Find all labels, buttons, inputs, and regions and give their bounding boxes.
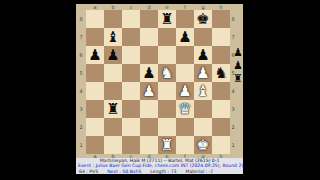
board-square[interactable] <box>86 28 104 46</box>
board-square[interactable]: ♟ <box>194 64 212 82</box>
board-square[interactable] <box>86 82 104 100</box>
rank-label: 1 <box>230 136 236 154</box>
black-rook-icon: ♜ <box>160 10 173 28</box>
board-square[interactable] <box>104 136 122 154</box>
board-square[interactable]: ♚ <box>194 10 212 28</box>
board-square[interactable]: ♚ <box>194 136 212 154</box>
board-square[interactable] <box>194 118 212 136</box>
white-pawn-icon: ♟ <box>142 82 155 100</box>
board-square[interactable] <box>140 100 158 118</box>
board-square[interactable] <box>158 28 176 46</box>
rank-label: 8 <box>76 10 86 28</box>
board-square[interactable] <box>212 28 230 46</box>
status-token: Material : -7 <box>186 169 214 174</box>
board-square[interactable]: ♜ <box>158 10 176 28</box>
white-rook-icon: ♜ <box>160 136 173 154</box>
black-pawn-icon: ♟ <box>178 28 191 46</box>
board-square[interactable] <box>104 10 122 28</box>
board-square[interactable] <box>140 46 158 64</box>
white-knight-icon: ♞ <box>160 64 173 82</box>
board-square[interactable]: ♜ <box>104 100 122 118</box>
board-square[interactable]: ♜ <box>158 136 176 154</box>
board-square[interactable] <box>158 100 176 118</box>
board-square[interactable]: ♟ <box>140 82 158 100</box>
rank-label: 4 <box>76 82 86 100</box>
board-square[interactable] <box>122 46 140 64</box>
board-square[interactable]: ♞ <box>158 64 176 82</box>
rank-label: 5 <box>76 64 86 82</box>
board-square[interactable]: ♟ <box>176 82 194 100</box>
board-square[interactable] <box>158 82 176 100</box>
board-square[interactable] <box>122 118 140 136</box>
board-square[interactable]: ♟ <box>176 28 194 46</box>
rank-label: 1 <box>76 136 86 154</box>
board-square[interactable] <box>140 118 158 136</box>
board-square[interactable] <box>122 100 140 118</box>
board-square[interactable] <box>176 46 194 64</box>
board-square[interactable] <box>176 10 194 28</box>
board-square[interactable] <box>86 64 104 82</box>
board-square[interactable]: ♟ <box>140 64 158 82</box>
rank-label: 6 <box>76 46 86 64</box>
board-square[interactable] <box>86 10 104 28</box>
board-square[interactable] <box>212 82 230 100</box>
board-square[interactable]: ♛ <box>176 100 194 118</box>
status-token: Length : 73 <box>150 169 176 174</box>
game-info-bar: Martirosyan, Haik M (2711) -- Bartel, Ma… <box>76 158 243 174</box>
board-square[interactable] <box>212 118 230 136</box>
white-king-icon: ♚ <box>196 136 209 154</box>
black-pawn-icon: ♟ <box>106 46 119 64</box>
board-square[interactable]: ♟ <box>86 46 104 64</box>
board-square[interactable] <box>104 64 122 82</box>
captured-black-pawn-icon: ♟ <box>233 46 243 59</box>
black-bishop-icon: ♝ <box>106 28 119 46</box>
status-token: 64 : PV5 <box>79 169 98 174</box>
black-knight-icon: ♞ <box>214 64 227 82</box>
rank-label: 3 <box>230 100 236 118</box>
board-square[interactable] <box>158 118 176 136</box>
captured-pieces-tray: ♟♟♜ <box>233 46 243 85</box>
white-bishop-icon: ♝ <box>196 82 209 100</box>
board-square[interactable] <box>212 10 230 28</box>
white-pawn-icon: ♟ <box>178 82 191 100</box>
rank-label: 2 <box>76 118 86 136</box>
board-square[interactable] <box>194 28 212 46</box>
captured-black-pawn-icon: ♟ <box>233 59 243 72</box>
chess-app-window: abcdefgh 87654321 87654321 abcdefgh ♜♚♝♟… <box>0 0 320 180</box>
board-square[interactable] <box>104 118 122 136</box>
captured-black-rook-icon: ♜ <box>233 72 243 85</box>
board-square[interactable] <box>122 64 140 82</box>
board-square[interactable] <box>194 100 212 118</box>
board-square[interactable] <box>212 136 230 154</box>
board-square[interactable] <box>158 46 176 64</box>
rank-label: 7 <box>76 28 86 46</box>
board-square[interactable]: ♞ <box>212 64 230 82</box>
white-queen-icon: ♛ <box>178 100 191 118</box>
board-square[interactable] <box>176 136 194 154</box>
board-square[interactable] <box>122 10 140 28</box>
board-square[interactable] <box>104 82 122 100</box>
board-square[interactable] <box>140 28 158 46</box>
board-square[interactable] <box>86 100 104 118</box>
board-square[interactable]: ♟ <box>104 46 122 64</box>
status-token: Next : 50.Bxh5 <box>107 169 141 174</box>
black-king-icon: ♚ <box>196 10 209 28</box>
rank-label: 7 <box>230 28 236 46</box>
board-square[interactable] <box>86 118 104 136</box>
board-square[interactable] <box>86 136 104 154</box>
board-square[interactable] <box>122 28 140 46</box>
white-pawn-icon: ♟ <box>196 64 209 82</box>
board-square[interactable] <box>140 136 158 154</box>
black-pawn-icon: ♟ <box>196 46 209 64</box>
black-pawn-icon: ♟ <box>142 64 155 82</box>
rank-labels-left: 87654321 <box>76 10 86 154</box>
black-rook-icon: ♜ <box>106 100 119 118</box>
board-square[interactable] <box>122 136 140 154</box>
board-square[interactable] <box>212 46 230 64</box>
chess-board: ♜♚♝♟♟♟♟♟♞♟♞♟♟♝♜♛♜♚ <box>86 10 230 154</box>
board-square[interactable] <box>176 118 194 136</box>
board-square[interactable]: ♝ <box>104 28 122 46</box>
rank-label: 8 <box>230 10 236 28</box>
rank-label: 2 <box>230 118 236 136</box>
rank-label: 3 <box>76 100 86 118</box>
board-square[interactable] <box>140 10 158 28</box>
board-square[interactable] <box>176 64 194 82</box>
board-square[interactable] <box>122 82 140 100</box>
board-square[interactable]: ♝ <box>194 82 212 100</box>
black-pawn-icon: ♟ <box>88 46 101 64</box>
board-square[interactable]: ♟ <box>194 46 212 64</box>
board-square[interactable] <box>212 100 230 118</box>
status-line: 64 : PV5Next : 50.Bxh5Length : 73Materia… <box>76 169 243 174</box>
